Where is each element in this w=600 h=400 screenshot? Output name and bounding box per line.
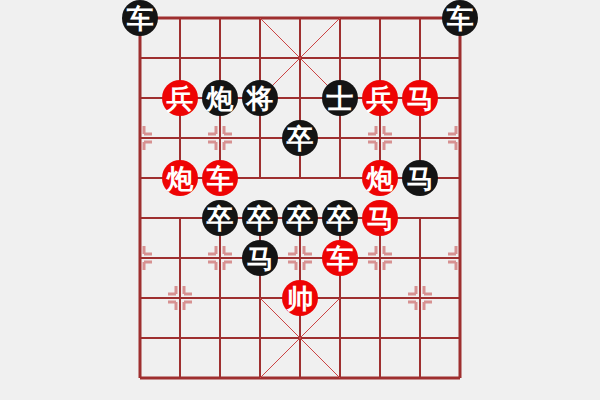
piece-black-soldier[interactable]: 卒 bbox=[322, 200, 358, 236]
piece-red-chariot[interactable]: 车 bbox=[322, 240, 358, 276]
piece-black-advisor[interactable]: 士 bbox=[322, 80, 358, 116]
pieces-grid: 车车兵炮将士兵马卒炮车炮马卒卒卒卒马马车帅 bbox=[120, 0, 480, 398]
piece-red-horse[interactable]: 马 bbox=[402, 80, 438, 116]
piece-black-soldier[interactable]: 卒 bbox=[282, 120, 318, 156]
piece-black-cannon[interactable]: 炮 bbox=[202, 80, 238, 116]
piece-black-general[interactable]: 将 bbox=[242, 80, 278, 116]
piece-black-horse[interactable]: 马 bbox=[242, 240, 278, 276]
piece-red-horse[interactable]: 马 bbox=[362, 200, 398, 236]
piece-black-soldier[interactable]: 卒 bbox=[242, 200, 278, 236]
piece-red-cannon[interactable]: 炮 bbox=[162, 160, 198, 196]
piece-black-chariot[interactable]: 车 bbox=[122, 0, 158, 36]
piece-red-cannon[interactable]: 炮 bbox=[362, 160, 398, 196]
piece-red-soldier[interactable]: 兵 bbox=[362, 80, 398, 116]
xiangqi-diagram: 车车兵炮将士兵马卒炮车炮马卒卒卒卒马马车帅 bbox=[0, 0, 600, 400]
piece-black-soldier[interactable]: 卒 bbox=[202, 200, 238, 236]
piece-black-chariot[interactable]: 车 bbox=[442, 0, 478, 36]
piece-red-chariot[interactable]: 车 bbox=[202, 160, 238, 196]
piece-red-general[interactable]: 帅 bbox=[282, 280, 318, 316]
piece-red-soldier[interactable]: 兵 bbox=[162, 80, 198, 116]
piece-black-horse[interactable]: 马 bbox=[402, 160, 438, 196]
piece-black-soldier[interactable]: 卒 bbox=[282, 200, 318, 236]
